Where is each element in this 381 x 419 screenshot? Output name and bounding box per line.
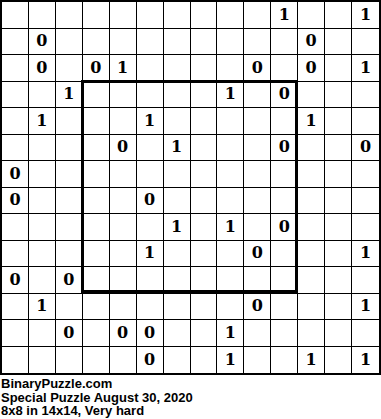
cell-r11c3: 0 xyxy=(56,267,83,294)
cell-r2c2: 0 xyxy=(29,29,56,56)
cell-r11c8[interactable] xyxy=(191,267,218,294)
cell-r6c13[interactable] xyxy=(325,135,352,162)
cell-r11c12[interactable] xyxy=(298,267,325,294)
cell-r14c10[interactable] xyxy=(244,347,271,374)
cell-r4c4[interactable] xyxy=(83,82,110,109)
cell-r3c2: 0 xyxy=(29,55,56,82)
cell-r6c12[interactable] xyxy=(298,135,325,162)
cell-r12c2: 1 xyxy=(29,294,56,321)
cell-r10c14: 1 xyxy=(352,241,379,268)
cell-r5c6: 1 xyxy=(137,108,164,135)
cell-r3c6[interactable] xyxy=(137,55,164,82)
cell-r4c8[interactable] xyxy=(191,82,218,109)
cell-r4c11: 0 xyxy=(271,82,298,109)
cell-r1c2[interactable] xyxy=(29,2,56,29)
cell-r10c8[interactable] xyxy=(191,241,218,268)
cell-r9c7: 1 xyxy=(164,214,191,241)
cell-r1c12[interactable] xyxy=(298,2,325,29)
cell-r3c14: 1 xyxy=(352,55,379,82)
cell-r3c7[interactable] xyxy=(164,55,191,82)
cell-r12c13[interactable] xyxy=(325,294,352,321)
cell-r11c10[interactable] xyxy=(244,267,271,294)
cell-r6c3[interactable] xyxy=(56,135,83,162)
cell-r8c10[interactable] xyxy=(244,188,271,215)
cell-r13c9: 1 xyxy=(217,320,244,347)
cell-r5c8[interactable] xyxy=(191,108,218,135)
cell-r6c7: 1 xyxy=(164,135,191,162)
cell-r4c7[interactable] xyxy=(164,82,191,109)
cell-r3c9[interactable] xyxy=(217,55,244,82)
cell-r2c6[interactable] xyxy=(137,29,164,56)
page: 1100001001110111010000011010100101000101… xyxy=(0,0,381,419)
cell-r9c6[interactable] xyxy=(137,214,164,241)
cell-r10c6: 1 xyxy=(137,241,164,268)
cell-r10c4[interactable] xyxy=(83,241,110,268)
cell-r6c6[interactable] xyxy=(137,135,164,162)
cell-r12c12[interactable] xyxy=(298,294,325,321)
cell-r8c14[interactable] xyxy=(352,188,379,215)
cell-r13c14[interactable] xyxy=(352,320,379,347)
cell-r13c11[interactable] xyxy=(271,320,298,347)
cell-r14c5[interactable] xyxy=(110,347,137,374)
cell-r11c6[interactable] xyxy=(137,267,164,294)
cell-r8c12[interactable] xyxy=(298,188,325,215)
cell-r14c13[interactable] xyxy=(325,347,352,374)
cell-r3c8[interactable] xyxy=(191,55,218,82)
cell-r1c9[interactable] xyxy=(217,2,244,29)
cell-r2c4[interactable] xyxy=(83,29,110,56)
cell-r7c2[interactable] xyxy=(29,161,56,188)
cell-r3c10: 0 xyxy=(244,55,271,82)
cell-r6c4[interactable] xyxy=(83,135,110,162)
cell-r5c14[interactable] xyxy=(352,108,379,135)
cell-r11c5[interactable] xyxy=(110,267,137,294)
cell-r5c11[interactable] xyxy=(271,108,298,135)
cell-r6c10[interactable] xyxy=(244,135,271,162)
cell-r5c1[interactable] xyxy=(2,108,29,135)
cell-r14c8[interactable] xyxy=(191,347,218,374)
cell-r9c1[interactable] xyxy=(2,214,29,241)
cell-r9c5[interactable] xyxy=(110,214,137,241)
cell-r3c1[interactable] xyxy=(2,55,29,82)
cell-r7c1: 0 xyxy=(2,161,29,188)
cell-r6c2[interactable] xyxy=(29,135,56,162)
cell-r9c2[interactable] xyxy=(29,214,56,241)
cell-r13c4[interactable] xyxy=(83,320,110,347)
cell-r4c1[interactable] xyxy=(2,82,29,109)
cell-r3c13[interactable] xyxy=(325,55,352,82)
footer-spec: 8x8 in 14x14, Very hard xyxy=(1,404,381,418)
cell-r14c1[interactable] xyxy=(2,347,29,374)
cell-r5c10[interactable] xyxy=(244,108,271,135)
cell-r9c9: 1 xyxy=(217,214,244,241)
cell-r13c13[interactable] xyxy=(325,320,352,347)
cell-r12c11[interactable] xyxy=(271,294,298,321)
cell-r6c9[interactable] xyxy=(217,135,244,162)
cell-r12c1[interactable] xyxy=(2,294,29,321)
cell-r5c13[interactable] xyxy=(325,108,352,135)
cell-r10c9[interactable] xyxy=(217,241,244,268)
cell-r12c6[interactable] xyxy=(137,294,164,321)
cell-r11c1: 0 xyxy=(2,267,29,294)
cell-r14c11[interactable] xyxy=(271,347,298,374)
cell-r3c11[interactable] xyxy=(271,55,298,82)
cell-r10c13[interactable] xyxy=(325,241,352,268)
cell-r7c3[interactable] xyxy=(56,161,83,188)
cell-r13c3: 0 xyxy=(56,320,83,347)
cell-r14c12: 1 xyxy=(298,347,325,374)
cell-r2c8[interactable] xyxy=(191,29,218,56)
cell-r4c13[interactable] xyxy=(325,82,352,109)
cell-r8c8[interactable] xyxy=(191,188,218,215)
cell-r8c4[interactable] xyxy=(83,188,110,215)
cell-r9c14[interactable] xyxy=(352,214,379,241)
cell-r3c5: 1 xyxy=(110,55,137,82)
cell-r5c3[interactable] xyxy=(56,108,83,135)
cell-r13c7[interactable] xyxy=(164,320,191,347)
cell-r10c11[interactable] xyxy=(271,241,298,268)
cell-r5c9[interactable] xyxy=(217,108,244,135)
cell-r2c9[interactable] xyxy=(217,29,244,56)
cell-r5c7[interactable] xyxy=(164,108,191,135)
cell-r6c11: 0 xyxy=(271,135,298,162)
cell-r1c6[interactable] xyxy=(137,2,164,29)
cell-r2c10[interactable] xyxy=(244,29,271,56)
cell-r10c2[interactable] xyxy=(29,241,56,268)
cell-r12c5[interactable] xyxy=(110,294,137,321)
cell-r4c3: 1 xyxy=(56,82,83,109)
cell-r13c5: 0 xyxy=(110,320,137,347)
cell-r11c9[interactable] xyxy=(217,267,244,294)
cell-r1c10[interactable] xyxy=(244,2,271,29)
cell-r5c2: 1 xyxy=(29,108,56,135)
cell-r12c14: 1 xyxy=(352,294,379,321)
cell-r1c13[interactable] xyxy=(325,2,352,29)
cell-r7c4[interactable] xyxy=(83,161,110,188)
cell-r11c7[interactable] xyxy=(164,267,191,294)
cell-r8c6: 0 xyxy=(137,188,164,215)
cell-r1c11: 1 xyxy=(271,2,298,29)
cell-r11c13[interactable] xyxy=(325,267,352,294)
cell-r2c14[interactable] xyxy=(352,29,379,56)
cell-r14c9: 1 xyxy=(217,347,244,374)
cell-r10c3[interactable] xyxy=(56,241,83,268)
cell-r9c8[interactable] xyxy=(191,214,218,241)
cell-r4c10[interactable] xyxy=(244,82,271,109)
cell-r7c6[interactable] xyxy=(137,161,164,188)
cell-r7c11[interactable] xyxy=(271,161,298,188)
cell-r2c1[interactable] xyxy=(2,29,29,56)
cell-r2c11[interactable] xyxy=(271,29,298,56)
cell-r2c13[interactable] xyxy=(325,29,352,56)
cell-r11c14[interactable] xyxy=(352,267,379,294)
cell-r1c14: 1 xyxy=(352,2,379,29)
cell-r7c13[interactable] xyxy=(325,161,352,188)
cell-r2c12: 0 xyxy=(298,29,325,56)
cell-r4c14[interactable] xyxy=(352,82,379,109)
puzzle-board: 1100001001110111010000011010100101000101… xyxy=(0,0,381,375)
cell-r10c12[interactable] xyxy=(298,241,325,268)
cell-r14c4[interactable] xyxy=(83,347,110,374)
cell-r4c6[interactable] xyxy=(137,82,164,109)
cell-r8c7[interactable] xyxy=(164,188,191,215)
cell-r14c3[interactable] xyxy=(56,347,83,374)
cell-r6c8[interactable] xyxy=(191,135,218,162)
cell-r8c2[interactable] xyxy=(29,188,56,215)
footer: BinaryPuzzle.com Special Puzzle August 3… xyxy=(0,375,381,418)
cell-r8c9[interactable] xyxy=(217,188,244,215)
cell-r10c10: 0 xyxy=(244,241,271,268)
cell-r14c6: 0 xyxy=(137,347,164,374)
cell-r3c3[interactable] xyxy=(56,55,83,82)
cell-r5c12: 1 xyxy=(298,108,325,135)
cell-r10c5[interactable] xyxy=(110,241,137,268)
cell-r8c11[interactable] xyxy=(271,188,298,215)
cell-r8c5[interactable] xyxy=(110,188,137,215)
cell-r7c14[interactable] xyxy=(352,161,379,188)
cell-r8c3[interactable] xyxy=(56,188,83,215)
cell-r1c7[interactable] xyxy=(164,2,191,29)
cell-r10c1[interactable] xyxy=(2,241,29,268)
cell-r7c10[interactable] xyxy=(244,161,271,188)
cell-r7c9[interactable] xyxy=(217,161,244,188)
cell-r14c14: 1 xyxy=(352,347,379,374)
cell-r12c7[interactable] xyxy=(164,294,191,321)
cell-r2c3[interactable] xyxy=(56,29,83,56)
cell-r1c1[interactable] xyxy=(2,2,29,29)
cell-r2c5[interactable] xyxy=(110,29,137,56)
cell-r4c2[interactable] xyxy=(29,82,56,109)
cell-r6c14: 0 xyxy=(352,135,379,162)
cell-r6c1[interactable] xyxy=(2,135,29,162)
board-grid: 1100001001110111010000011010100101000101… xyxy=(2,2,379,373)
cell-r7c8[interactable] xyxy=(191,161,218,188)
cell-r9c3[interactable] xyxy=(56,214,83,241)
cell-r1c8[interactable] xyxy=(191,2,218,29)
cell-r4c9: 1 xyxy=(217,82,244,109)
cell-r3c12: 0 xyxy=(298,55,325,82)
cell-r12c3[interactable] xyxy=(56,294,83,321)
cell-r12c10: 0 xyxy=(244,294,271,321)
cell-r14c2[interactable] xyxy=(29,347,56,374)
cell-r7c7[interactable] xyxy=(164,161,191,188)
cell-r9c13[interactable] xyxy=(325,214,352,241)
footer-puzzle-title: Special Puzzle August 30, 2020 xyxy=(1,391,381,405)
cell-r9c4[interactable] xyxy=(83,214,110,241)
cell-r7c12[interactable] xyxy=(298,161,325,188)
cell-r12c9[interactable] xyxy=(217,294,244,321)
cell-r4c5[interactable] xyxy=(110,82,137,109)
cell-r14c7[interactable] xyxy=(164,347,191,374)
cell-r13c2[interactable] xyxy=(29,320,56,347)
cell-r8c13[interactable] xyxy=(325,188,352,215)
cell-r1c3[interactable] xyxy=(56,2,83,29)
cell-r8c1: 0 xyxy=(2,188,29,215)
footer-site: BinaryPuzzle.com xyxy=(1,377,381,391)
cell-r11c2[interactable] xyxy=(29,267,56,294)
cell-r13c10[interactable] xyxy=(244,320,271,347)
cell-r13c8[interactable] xyxy=(191,320,218,347)
cell-r13c12[interactable] xyxy=(298,320,325,347)
cell-r11c4[interactable] xyxy=(83,267,110,294)
cell-r11c11[interactable] xyxy=(271,267,298,294)
cell-r12c4[interactable] xyxy=(83,294,110,321)
cell-r2c7[interactable] xyxy=(164,29,191,56)
cell-r7c5[interactable] xyxy=(110,161,137,188)
cell-r1c4[interactable] xyxy=(83,2,110,29)
cell-r13c1[interactable] xyxy=(2,320,29,347)
cell-r10c7[interactable] xyxy=(164,241,191,268)
cell-r9c10[interactable] xyxy=(244,214,271,241)
cell-r13c6: 0 xyxy=(137,320,164,347)
cell-r3c4: 0 xyxy=(83,55,110,82)
cell-r5c4[interactable] xyxy=(83,108,110,135)
cell-r9c11: 0 xyxy=(271,214,298,241)
cell-r12c8[interactable] xyxy=(191,294,218,321)
cell-r4c12[interactable] xyxy=(298,82,325,109)
cell-r6c5: 0 xyxy=(110,135,137,162)
cell-r5c5[interactable] xyxy=(110,108,137,135)
cell-r9c12[interactable] xyxy=(298,214,325,241)
cell-r1c5[interactable] xyxy=(110,2,137,29)
